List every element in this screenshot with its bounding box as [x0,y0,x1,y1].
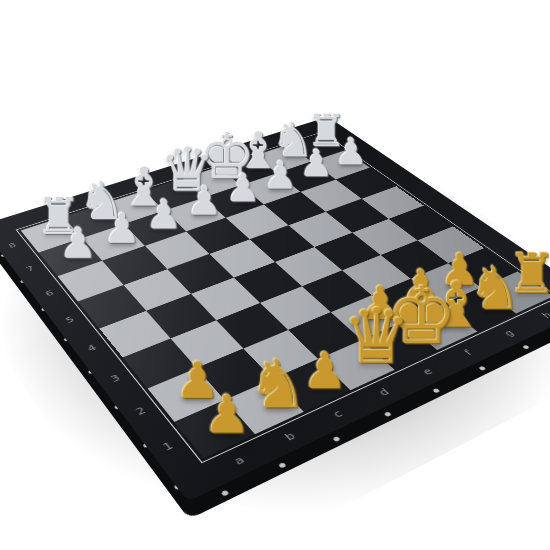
piece-silver-pawn[interactable]: ♟ [221,169,266,208]
frame-rivet-dot [332,436,340,442]
product-photo-scene: ♜♞♝♛♚♝♞♜♟♟♟♟♟♟♟♟♟♟♟♟♟♞♟♛♚♝♞♜ abcdefgh 87… [0,0,550,550]
file-label-b: b [282,430,298,443]
rank-label-7: 7 [25,264,37,273]
rank-label-4: 4 [85,343,98,354]
rank-label-1: 1 [160,440,175,453]
file-label-c: c [330,408,345,420]
rank-label-6: 6 [43,289,55,298]
frame-rivet-dot [478,366,486,371]
frame-rivet-dot [384,411,392,417]
file-label-g: g [501,328,517,338]
rank-label-5: 5 [64,315,77,325]
frame-rivet-dot [221,490,230,497]
file-label-d: d [376,386,392,398]
rank-label-2: 2 [133,405,148,417]
file-label-a: a [231,454,247,468]
chessboard: ♜♞♝♛♚♝♞♜♟♟♟♟♟♟♟♟♟♟♟♟♟♞♟♛♚♝♞♜ abcdefgh 87… [0,117,550,502]
piece-silver-pawn[interactable]: ♟ [182,181,228,221]
piece-silver-pawn[interactable]: ♟ [98,208,145,249]
piece-silver-pawn[interactable]: ♟ [54,223,102,265]
file-label-e: e [420,366,436,377]
file-label-f: f [461,348,474,358]
file-label-h: h [539,310,550,320]
frame-rivet-dot [432,388,440,393]
piece-gold-pawn[interactable]: ♟ [197,389,257,441]
rank-label-3: 3 [108,373,122,385]
rank-label-8: 8 [7,241,18,249]
piece-silver-pawn[interactable]: ♟ [141,195,187,236]
frame-rivet-dot [522,345,530,350]
frame-rivet-dot [278,462,287,468]
